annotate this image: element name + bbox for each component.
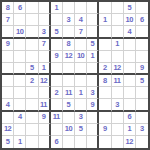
cell-r6c7[interactable] <box>75 63 87 75</box>
cell-r4c7[interactable] <box>75 39 87 51</box>
cell-r3c11[interactable]: 4 <box>124 26 136 38</box>
given-digit: 10 <box>77 52 84 60</box>
cell-r1c2[interactable]: 6 <box>14 2 26 14</box>
cell-r12c12[interactable] <box>136 136 148 148</box>
given-digit: 4 <box>127 28 131 36</box>
given-digit: 3 <box>140 125 144 133</box>
cell-r1c3[interactable] <box>26 2 38 14</box>
cell-r10c4[interactable]: 9 <box>39 112 51 124</box>
cell-r11c7[interactable]: 5 <box>75 124 87 136</box>
cell-r3c7[interactable]: 7 <box>75 26 87 38</box>
cell-r10c1[interactable] <box>2 112 14 124</box>
given-digit: 5 <box>30 64 34 72</box>
cell-r4c2[interactable] <box>14 39 26 51</box>
cell-r3c2[interactable]: 10 <box>14 26 26 38</box>
cell-r5c6[interactable]: 12 <box>63 51 75 63</box>
cell-r7c5[interactable] <box>51 75 63 87</box>
cell-r12c5[interactable]: 6 <box>51 136 63 148</box>
cell-r8c3[interactable] <box>26 87 38 99</box>
given-digit: 12 <box>4 125 11 133</box>
cell-r2c12[interactable]: 6 <box>136 14 148 26</box>
cell-r5c7[interactable]: 10 <box>75 51 87 63</box>
given-digit: 9 <box>90 101 94 109</box>
given-digit: 1 <box>127 125 131 133</box>
given-digit: 7 <box>42 40 46 48</box>
given-digit: 8 <box>103 77 107 85</box>
cell-r1c1[interactable]: 8 <box>2 2 14 14</box>
cell-r10c7[interactable]: 3 <box>75 112 87 124</box>
given-digit: 11 <box>40 101 47 109</box>
cell-r4c5[interactable] <box>51 39 63 51</box>
given-digit: 3 <box>67 16 71 24</box>
cell-r2c11[interactable]: 10 <box>124 14 136 26</box>
cell-r1c8[interactable] <box>87 2 99 14</box>
cell-r4c6[interactable]: 8 <box>63 39 75 51</box>
cell-r10c10[interactable] <box>112 112 124 124</box>
given-digit: 5 <box>79 125 83 133</box>
cell-r9c2[interactable] <box>14 99 26 111</box>
given-digit: 6 <box>54 138 58 146</box>
cell-r1c9[interactable] <box>99 2 111 14</box>
given-digit: 1 <box>103 16 107 24</box>
cell-r9c8[interactable]: 9 <box>87 99 99 111</box>
cell-r5c10[interactable] <box>112 51 124 63</box>
cell-r5c12[interactable] <box>136 51 148 63</box>
cell-r10c2[interactable]: 4 <box>14 112 26 124</box>
cell-r6c2[interactable] <box>14 63 26 75</box>
cell-r1c11[interactable]: 5 <box>124 2 136 14</box>
given-digit: 1 <box>115 40 119 48</box>
cell-r11c2[interactable] <box>14 124 26 136</box>
cell-r3c10[interactable] <box>112 26 124 38</box>
given-digit: 5 <box>6 138 10 146</box>
given-digit: 11 <box>65 89 72 97</box>
cell-r11c9[interactable]: 9 <box>99 124 111 136</box>
cell-r10c11[interactable]: 6 <box>124 112 136 124</box>
cell-r11c1[interactable]: 12 <box>2 124 14 136</box>
given-digit: 1 <box>54 4 58 12</box>
cell-r11c4[interactable] <box>39 124 51 136</box>
given-digit: 11 <box>53 113 60 121</box>
cell-r12c2[interactable]: 1 <box>14 136 26 148</box>
given-digit: 3 <box>79 113 83 121</box>
cell-r4c9[interactable] <box>99 39 111 51</box>
cell-r9c11[interactable] <box>124 99 136 111</box>
cell-r12c10[interactable] <box>112 136 124 148</box>
cell-r12c8[interactable] <box>87 136 99 148</box>
cell-r2c1[interactable]: 7 <box>2 14 14 26</box>
cell-r9c3[interactable] <box>26 99 38 111</box>
cell-r4c10[interactable]: 1 <box>112 39 124 51</box>
given-digit: 11 <box>114 77 121 85</box>
cell-r9c10[interactable]: 3 <box>112 99 124 111</box>
cell-r8c7[interactable]: 1 <box>75 87 87 99</box>
cell-r4c8[interactable]: 5 <box>87 39 99 51</box>
cell-r11c6[interactable]: 10 <box>63 124 75 136</box>
cell-r7c1[interactable] <box>2 75 14 87</box>
cell-r6c10[interactable]: 12 <box>112 63 124 75</box>
cell-r10c12[interactable] <box>136 112 148 124</box>
given-digit: 2 <box>54 89 58 97</box>
given-digit: 4 <box>79 16 83 24</box>
cell-r6c5[interactable] <box>51 63 63 75</box>
cell-r2c8[interactable] <box>87 14 99 26</box>
given-digit: 6 <box>140 16 144 24</box>
cell-r5c1[interactable] <box>2 51 14 63</box>
given-digit: 5 <box>54 28 58 36</box>
given-digit: 9 <box>42 113 46 121</box>
given-digit: 12 <box>113 64 120 72</box>
cell-r11c12[interactable]: 3 <box>136 124 148 136</box>
given-digit: 10 <box>16 28 23 36</box>
cell-r11c10[interactable] <box>112 124 124 136</box>
given-digit: 12 <box>65 52 72 60</box>
given-digit: 4 <box>6 101 10 109</box>
cell-r5c9[interactable] <box>99 51 111 63</box>
cell-r1c10[interactable] <box>112 2 124 14</box>
cell-r10c5[interactable]: 11 <box>51 112 63 124</box>
cell-r7c7[interactable] <box>75 75 87 87</box>
cell-r12c6[interactable] <box>63 136 75 148</box>
cell-r10c3[interactable] <box>26 112 38 124</box>
cell-r1c4[interactable] <box>39 2 51 14</box>
cell-r2c7[interactable]: 4 <box>75 14 87 26</box>
cell-r4c3[interactable] <box>26 39 38 51</box>
given-digit: 6 <box>18 4 22 12</box>
cell-r9c9[interactable] <box>99 99 111 111</box>
cell-r3c3[interactable] <box>26 26 38 38</box>
cell-r7c8[interactable] <box>87 75 99 87</box>
cell-r8c5[interactable]: 2 <box>51 87 63 99</box>
given-digit: 3 <box>90 89 94 97</box>
given-digit: 4 <box>18 113 22 121</box>
given-digit: 12 <box>126 138 133 146</box>
given-digit: 9 <box>6 40 10 48</box>
cell-r7c6[interactable] <box>63 75 75 87</box>
cell-r11c5[interactable] <box>51 124 63 136</box>
cell-r2c5[interactable] <box>51 14 63 26</box>
cell-r4c1[interactable]: 9 <box>2 39 14 51</box>
cell-r9c7[interactable] <box>75 99 87 111</box>
cell-r4c4[interactable]: 7 <box>39 39 51 51</box>
cell-r8c2[interactable] <box>14 87 26 99</box>
cell-r9c4[interactable]: 11 <box>39 99 51 111</box>
cell-r1c12[interactable] <box>136 2 148 14</box>
cell-r6c4[interactable]: 1 <box>39 63 51 75</box>
cell-r2c2[interactable] <box>14 14 26 26</box>
given-digit: 8 <box>67 40 71 48</box>
given-digit: 5 <box>90 40 94 48</box>
given-digit: 6 <box>127 113 131 121</box>
cell-r3c5[interactable]: 5 <box>51 26 63 38</box>
cell-r2c4[interactable] <box>39 14 51 26</box>
cell-r11c8[interactable] <box>87 124 99 136</box>
given-digit: 1 <box>79 89 83 97</box>
cell-r2c9[interactable]: 1 <box>99 14 111 26</box>
cell-r3c4[interactable]: 3 <box>39 26 51 38</box>
given-digit: 12 <box>40 77 47 85</box>
cell-r8c6[interactable]: 11 <box>63 87 75 99</box>
cell-r9c1[interactable]: 4 <box>2 99 14 111</box>
cell-r2c3[interactable] <box>26 14 38 26</box>
cell-r6c9[interactable]: 2 <box>99 63 111 75</box>
cell-r5c8[interactable]: 1 <box>87 51 99 63</box>
cell-r12c1[interactable]: 5 <box>2 136 14 148</box>
given-digit: 2 <box>30 77 34 85</box>
given-digit: 9 <box>103 125 107 133</box>
given-digit: 5 <box>140 77 144 85</box>
cell-r5c3[interactable] <box>26 51 38 63</box>
cell-r3c8[interactable] <box>87 26 99 38</box>
cell-r7c2[interactable] <box>14 75 26 87</box>
given-digit: 10 <box>65 125 72 133</box>
cell-r8c9[interactable] <box>99 87 111 99</box>
cell-r3c1[interactable] <box>2 26 14 38</box>
cell-r1c7[interactable] <box>75 2 87 14</box>
given-digit: 1 <box>18 138 22 146</box>
cell-r8c11[interactable] <box>124 87 136 99</box>
cell-r8c4[interactable] <box>39 87 51 99</box>
cell-r9c6[interactable]: 5 <box>63 99 75 111</box>
given-digit: 3 <box>115 101 119 109</box>
given-digit: 5 <box>127 4 131 12</box>
given-digit: 9 <box>54 52 58 60</box>
cell-r6c8[interactable] <box>87 63 99 75</box>
cell-r7c9[interactable]: 8 <box>99 75 111 87</box>
given-digit: 7 <box>6 16 10 24</box>
cell-r8c1[interactable] <box>2 87 14 99</box>
cell-r12c3[interactable] <box>26 136 38 148</box>
given-digit: 8 <box>6 4 10 12</box>
cell-r4c11[interactable] <box>124 39 136 51</box>
cell-r6c1[interactable] <box>2 63 14 75</box>
cell-r9c5[interactable] <box>51 99 63 111</box>
cell-r1c6[interactable] <box>63 2 75 14</box>
cell-r6c3[interactable]: 5 <box>26 63 38 75</box>
cell-r4c12[interactable] <box>136 39 148 51</box>
cell-r5c4[interactable] <box>39 51 51 63</box>
given-digit: 9 <box>140 64 144 72</box>
cell-r3c6[interactable] <box>63 26 75 38</box>
cell-r8c10[interactable] <box>112 87 124 99</box>
cell-r7c3[interactable]: 2 <box>26 75 38 87</box>
cell-r6c12[interactable]: 9 <box>136 63 148 75</box>
cell-r12c7[interactable] <box>75 136 87 148</box>
cell-r12c9[interactable] <box>99 136 111 148</box>
cell-r5c5[interactable]: 9 <box>51 51 63 63</box>
given-digit: 10 <box>126 16 133 24</box>
cell-r3c12[interactable] <box>136 26 148 38</box>
cell-r2c6[interactable]: 3 <box>63 14 75 26</box>
cell-r12c11[interactable]: 12 <box>124 136 136 148</box>
cell-r2c10[interactable] <box>112 14 124 26</box>
sudoku-board: 8615734110610357497851912101512129212811… <box>0 0 150 150</box>
given-digit: 7 <box>79 28 83 36</box>
given-digit: 1 <box>90 52 94 60</box>
cell-r11c3[interactable] <box>26 124 38 136</box>
cell-r6c6[interactable] <box>63 63 75 75</box>
cell-r9c12[interactable] <box>136 99 148 111</box>
cell-r5c11[interactable] <box>124 51 136 63</box>
cell-r8c12[interactable] <box>136 87 148 99</box>
cell-r7c11[interactable] <box>124 75 136 87</box>
cell-r10c9[interactable] <box>99 112 111 124</box>
cell-r7c4[interactable]: 12 <box>39 75 51 87</box>
cell-r12c4[interactable] <box>39 136 51 148</box>
given-digit: 2 <box>103 64 107 72</box>
cell-r3c9[interactable] <box>99 26 111 38</box>
cell-r1c5[interactable]: 1 <box>51 2 63 14</box>
cell-r8c8[interactable]: 3 <box>87 87 99 99</box>
given-digit: 3 <box>42 28 46 36</box>
cell-r7c12[interactable]: 5 <box>136 75 148 87</box>
given-digit: 5 <box>67 101 71 109</box>
cell-r10c6[interactable] <box>63 112 75 124</box>
cell-r5c2[interactable] <box>14 51 26 63</box>
given-digit: 1 <box>42 64 46 72</box>
cell-r11c11[interactable]: 1 <box>124 124 136 136</box>
cell-r7c10[interactable]: 11 <box>112 75 124 87</box>
cell-r6c11[interactable] <box>124 63 136 75</box>
cell-r10c8[interactable] <box>87 112 99 124</box>
